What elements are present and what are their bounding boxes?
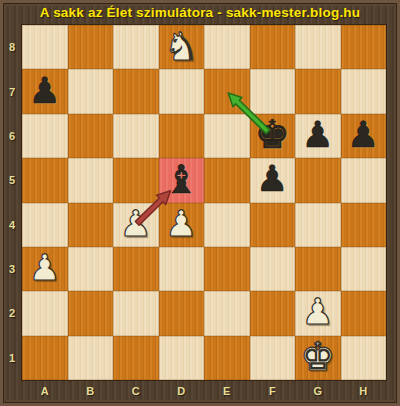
square-a6[interactable] [22, 114, 68, 158]
file-label-b: B [68, 381, 114, 400]
square-h6[interactable]: ♟ [341, 114, 387, 158]
square-e6[interactable] [204, 114, 250, 158]
title-bar: A sakk az Élet szimulátora - sakk-mester… [0, 0, 400, 24]
rank-label-5: 5 [5, 158, 19, 202]
square-c6[interactable] [113, 114, 159, 158]
square-e2[interactable] [204, 291, 250, 335]
square-g3[interactable] [295, 247, 341, 291]
piece-white-pawn[interactable]: ♟ [302, 294, 334, 330]
square-c7[interactable] [113, 69, 159, 113]
square-a5[interactable] [22, 158, 68, 202]
square-a3[interactable]: ♟ [22, 247, 68, 291]
square-b1[interactable] [68, 336, 114, 380]
square-d4[interactable]: ♟ [159, 203, 205, 247]
square-f6[interactable]: ♚ [250, 114, 296, 158]
rank-label-4: 4 [5, 203, 19, 247]
square-a7[interactable]: ♟ [22, 69, 68, 113]
square-a8[interactable] [22, 25, 68, 69]
square-e1[interactable] [204, 336, 250, 380]
piece-white-pawn[interactable]: ♟ [165, 206, 197, 242]
file-label-e: E [204, 381, 250, 400]
piece-black-pawn[interactable]: ♟ [302, 117, 334, 153]
square-c3[interactable] [113, 247, 159, 291]
square-c4[interactable]: ♟ [113, 203, 159, 247]
piece-black-king[interactable]: ♚ [255, 115, 290, 154]
square-c8[interactable] [113, 25, 159, 69]
square-h1[interactable] [341, 336, 387, 380]
square-b4[interactable] [68, 203, 114, 247]
square-b2[interactable] [68, 291, 114, 335]
file-label-h: H [341, 381, 387, 400]
square-h5[interactable] [341, 158, 387, 202]
square-e8[interactable] [204, 25, 250, 69]
file-label-d: D [159, 381, 205, 400]
square-e3[interactable] [204, 247, 250, 291]
square-g1[interactable]: ♚ [295, 336, 341, 380]
square-g7[interactable] [295, 69, 341, 113]
square-d3[interactable] [159, 247, 205, 291]
rank-label-1: 1 [5, 336, 19, 380]
square-h3[interactable] [341, 247, 387, 291]
file-label-c: C [113, 381, 159, 400]
square-e5[interactable] [204, 158, 250, 202]
piece-black-pawn[interactable]: ♟ [347, 117, 379, 153]
square-f4[interactable] [250, 203, 296, 247]
square-h7[interactable] [341, 69, 387, 113]
square-e7[interactable] [204, 69, 250, 113]
piece-white-king[interactable]: ♚ [300, 337, 335, 376]
square-a4[interactable] [22, 203, 68, 247]
square-f5[interactable]: ♟ [250, 158, 296, 202]
piece-white-knight[interactable]: ♞ [164, 27, 199, 66]
piece-white-pawn[interactable]: ♟ [120, 206, 152, 242]
square-b7[interactable] [68, 69, 114, 113]
square-b5[interactable] [68, 158, 114, 202]
square-c1[interactable] [113, 336, 159, 380]
square-b6[interactable] [68, 114, 114, 158]
square-f2[interactable] [250, 291, 296, 335]
rank-label-8: 8 [5, 25, 19, 69]
square-g8[interactable] [295, 25, 341, 69]
square-f1[interactable] [250, 336, 296, 380]
piece-black-pawn[interactable]: ♟ [29, 73, 61, 109]
square-g5[interactable] [295, 158, 341, 202]
piece-black-pawn[interactable]: ♟ [256, 161, 288, 197]
square-d7[interactable] [159, 69, 205, 113]
square-c2[interactable] [113, 291, 159, 335]
square-d6[interactable] [159, 114, 205, 158]
square-e4[interactable] [204, 203, 250, 247]
square-c5[interactable] [113, 158, 159, 202]
page-title: A sakk az Élet szimulátora - sakk-mester… [40, 5, 360, 20]
file-label-a: A [22, 381, 68, 400]
app-window: A sakk az Élet szimulátora - sakk-mester… [0, 0, 400, 406]
square-f8[interactable] [250, 25, 296, 69]
file-label-f: F [250, 381, 296, 400]
square-a1[interactable] [22, 336, 68, 380]
rank-label-2: 2 [5, 291, 19, 335]
square-g4[interactable] [295, 203, 341, 247]
square-g6[interactable]: ♟ [295, 114, 341, 158]
square-h8[interactable] [341, 25, 387, 69]
piece-black-bishop[interactable]: ♝ [164, 160, 199, 199]
file-label-g: G [295, 381, 341, 400]
square-h4[interactable] [341, 203, 387, 247]
square-a2[interactable] [22, 291, 68, 335]
square-f7[interactable] [250, 69, 296, 113]
square-d8[interactable]: ♞ [159, 25, 205, 69]
rank-label-7: 7 [5, 69, 19, 113]
square-f3[interactable] [250, 247, 296, 291]
square-h2[interactable] [341, 291, 387, 335]
square-b3[interactable] [68, 247, 114, 291]
chess-board: ♞♟♚♟♟♝♟♟♟♟♟♚ [22, 25, 386, 380]
piece-white-pawn[interactable]: ♟ [29, 250, 61, 286]
square-d1[interactable] [159, 336, 205, 380]
square-b8[interactable] [68, 25, 114, 69]
square-d5[interactable]: ♝ [159, 158, 205, 202]
rank-label-3: 3 [5, 247, 19, 291]
rank-label-6: 6 [5, 114, 19, 158]
square-d2[interactable] [159, 291, 205, 335]
square-g2[interactable]: ♟ [295, 291, 341, 335]
